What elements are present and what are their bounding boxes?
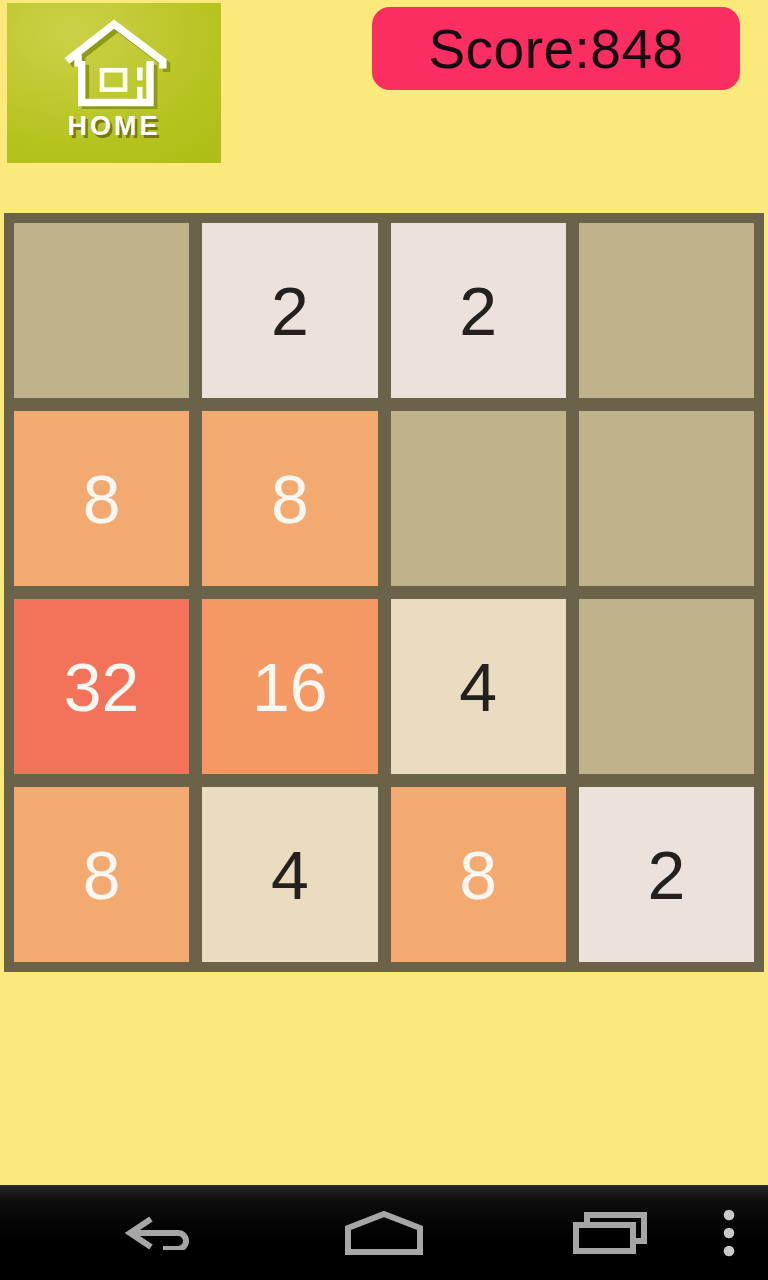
tile-8: 8	[202, 411, 377, 586]
empty-cell	[14, 223, 189, 398]
back-button[interactable]	[108, 1185, 212, 1280]
tile-8: 8	[14, 787, 189, 962]
overflow-menu-icon	[722, 1209, 736, 1257]
tile-32: 32	[14, 599, 189, 774]
tile-4: 4	[202, 787, 377, 962]
tile-16: 16	[202, 599, 377, 774]
home-button[interactable]: HOME	[7, 3, 221, 163]
house-icon	[54, 13, 174, 109]
tile-2: 2	[202, 223, 377, 398]
nav-home-icon	[344, 1211, 424, 1255]
empty-cell	[579, 223, 754, 398]
tile-2: 2	[391, 223, 566, 398]
recents-button[interactable]	[560, 1185, 660, 1280]
back-icon	[125, 1216, 195, 1250]
overflow-menu-button[interactable]	[700, 1185, 758, 1280]
tile-8: 8	[14, 411, 189, 586]
tile-8: 8	[391, 787, 566, 962]
nav-home-button[interactable]	[334, 1185, 434, 1280]
game-board-2048[interactable]: 2288321648482	[4, 213, 764, 972]
empty-cell	[391, 411, 566, 586]
home-button-label: HOME	[68, 111, 161, 142]
house-window	[102, 70, 125, 89]
tile-4: 4	[391, 599, 566, 774]
app-screen: HOME Score:848 2288321648482	[0, 0, 768, 1280]
house-door-panel-bottom	[137, 87, 143, 100]
android-nav-bar	[0, 1185, 768, 1280]
score-text: Score:848	[428, 17, 683, 81]
empty-cell	[579, 599, 754, 774]
score-badge: Score:848	[372, 7, 740, 90]
empty-cell	[579, 411, 754, 586]
house-door-panel-top	[137, 67, 143, 80]
recents-icon	[572, 1212, 648, 1254]
tile-2: 2	[579, 787, 754, 962]
